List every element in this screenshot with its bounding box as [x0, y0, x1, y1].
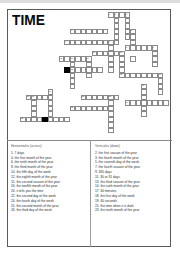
- grid-cell[interactable]: [152, 62, 158, 68]
- cell-number: 19: [49, 90, 51, 92]
- cell-number: 13: [71, 57, 73, 59]
- cell-number: 24: [126, 101, 128, 103]
- grid-cell[interactable]: [86, 73, 92, 79]
- cell-number: 10: [93, 51, 95, 53]
- cell-number: 4: [71, 29, 72, 31]
- clue-line: 8. the third month of the year: [11, 165, 91, 169]
- clue-line: 4. the first month of the year: [11, 155, 91, 159]
- cell-number: 16: [120, 73, 122, 75]
- clue-line: 23. the tenth month of the year: [95, 208, 175, 212]
- grid-cell[interactable]: [130, 56, 136, 62]
- cell-number: 7: [109, 40, 110, 42]
- across-list: 1. 7 days4. the first month of the year6…: [11, 151, 91, 212]
- cell-number: 1: [109, 13, 110, 15]
- clue-line: 22. the second day of the week: [11, 194, 91, 198]
- grid-cell[interactable]: [108, 128, 114, 134]
- grid-cell[interactable]: [64, 117, 70, 123]
- crossword-grid[interactable]: 1234567891011121314151617181920212223242…: [20, 12, 169, 133]
- clue-line: 19. 60 seconds: [95, 198, 175, 202]
- cell-number: 8: [126, 46, 127, 48]
- worksheet-page: TIME 12345678910111213141516171819202122…: [0, 0, 180, 256]
- clue-line: 6. the ninth month of the year: [11, 160, 91, 164]
- cell-number: 2: [115, 13, 116, 15]
- clue-line: 15. the second season of the year: [11, 179, 91, 183]
- across-header: Horizontales (across): [11, 144, 91, 148]
- cell-number: 5: [131, 29, 132, 31]
- cell-number: 6: [65, 40, 66, 42]
- down-header: Verticales (down): [95, 144, 175, 148]
- grid-cell[interactable]: [114, 40, 120, 46]
- clue-line: 20. it tells you the time: [11, 189, 91, 193]
- clue-line: 12. the eighth month of the year: [11, 174, 91, 178]
- clue-line: 2. the first season of the year: [95, 151, 175, 155]
- clue-line: 5. the seventh day of the week: [95, 160, 175, 164]
- cell-number: 18: [142, 84, 144, 86]
- down-clues-column: Verticales (down) 2. the first season of…: [95, 144, 169, 256]
- clue-line: 24. the fourth day of the week: [11, 198, 91, 202]
- cell-number: 9: [153, 46, 154, 48]
- cell-number: 20: [27, 95, 29, 97]
- grid-cell[interactable]: [141, 111, 147, 117]
- grid-cell[interactable]: [163, 100, 169, 106]
- clue-line: 1. 7 days: [11, 151, 91, 155]
- grid-cell[interactable]: [97, 67, 103, 73]
- clue-line: 10. the fifth day of the week: [11, 170, 91, 174]
- clue-line: 14. the sixth month of the year: [95, 184, 175, 188]
- cell-number: 25: [71, 106, 73, 108]
- clue-line: 26. the third day of the week: [11, 208, 91, 212]
- grid-cell[interactable]: [108, 67, 114, 73]
- grid-cell[interactable]: [114, 95, 120, 101]
- clue-line: 13. the third season of the year: [95, 179, 175, 183]
- clue-line: 25. the second month of the year: [11, 203, 91, 207]
- clue-line: 16. the twelfth month of the year: [11, 184, 91, 188]
- cell-number: 11: [120, 51, 122, 53]
- grid-cell[interactable]: [158, 89, 164, 95]
- cell-number: 14: [87, 57, 89, 59]
- clue-line: 3. the fourth month of the year: [95, 155, 175, 159]
- cell-number: 26: [21, 117, 23, 119]
- cell-number: 23: [109, 95, 111, 97]
- cell-number: 15: [71, 68, 73, 70]
- grid-cell[interactable]: [103, 29, 109, 35]
- clue-line: 7. the fourth season of the year: [95, 165, 175, 169]
- grid-cell[interactable]: [70, 84, 76, 90]
- clue-line: 17. 60 minutes: [95, 189, 175, 193]
- cell-number: 22: [82, 95, 84, 97]
- cell-number: 3: [126, 13, 127, 15]
- down-list: 2. the first season of the year3. the fo…: [95, 151, 175, 212]
- cell-number: 17: [159, 73, 161, 75]
- clue-line: 21. the time when it is dark: [95, 203, 175, 207]
- across-clues-column: Horizontales (across) 1. 7 days4. the fi…: [11, 144, 89, 256]
- cell-number: 21: [32, 95, 34, 97]
- clue-line: 9. 365 days: [95, 170, 175, 174]
- clue-line: 11. 30 or 31 days: [95, 174, 175, 178]
- cell-number: 12: [60, 57, 62, 59]
- clue-line: 18. the first day of the week: [95, 194, 175, 198]
- scan-artifact: [0, 0, 180, 3]
